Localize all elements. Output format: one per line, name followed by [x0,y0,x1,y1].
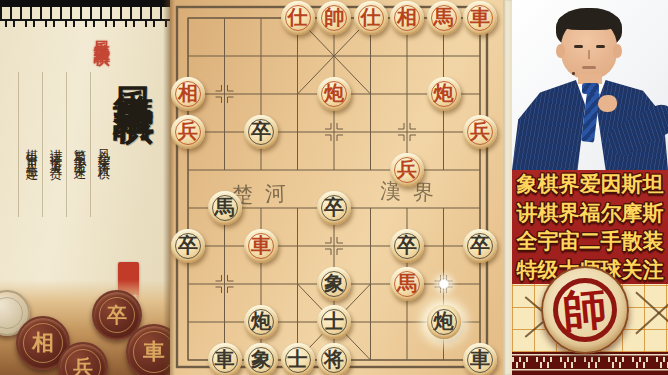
poem-line-4: 棋中日月人生趣 [18,72,40,217]
presenter-ear [613,44,622,58]
piece-character: 卒 [178,235,198,255]
xiangqi-piece-black[interactable]: 士 [281,343,315,375]
xiangqi-stream-thumbnail: 風繁講棋 風繁講棋 风起萍末诗入棋 繁星似子弈中迷 讲评论道万人贵 棋中日月人生… [0,0,668,375]
piece-character: 仕 [361,7,381,27]
piece-character: 馬 [397,273,417,293]
piece-character: 卒 [251,121,271,141]
xiangqi-piece-black[interactable]: 卒 [390,229,424,263]
presenter-eye [596,45,605,48]
red-seal-stamp: 風繁講棋 [72,28,112,72]
piece-character: 車 [470,7,490,27]
right-panel: 象棋界爱因斯坦 讲棋界福尔摩斯 全宇宙二手散装 特级大师球关注 師 [512,0,668,375]
xiangqi-piece-red[interactable]: 兵 [390,153,424,187]
presenter-eye [574,45,583,48]
presenter-hand [598,95,617,112]
slogan-line-1: 象棋界爱因斯坦 [512,170,668,199]
xiangqi-piece-black[interactable]: 象 [244,343,278,375]
poem-line-1: 风起萍末诗入棋 [90,72,112,217]
piece-character: 兵 [470,121,490,141]
lattice-border-bottom [512,352,668,375]
xiangqi-piece-black[interactable]: 卒 [244,115,278,149]
piece-character: 車 [251,235,271,255]
xiangqi-piece-black[interactable]: 卒 [171,229,205,263]
xiangqi-board[interactable]: 楚河 漢界 仕帥仕相馬車相炮炮兵卒兵兵馬卒卒車卒卒象馬炮士炮車象士将車 [170,0,503,375]
left-calligraphy-panel: 風繁講棋 風繁講棋 风起萍末诗入棋 繁星似子弈中迷 讲评论道万人贵 棋中日月人生… [0,0,170,375]
xiangqi-piece-red[interactable]: 仕 [281,1,315,35]
presenter-nose [588,50,590,59]
presenter-mole [572,72,575,75]
presenter-photo [512,0,668,170]
pieces-layer: 仕帥仕相馬車相炮炮兵卒兵兵馬卒卒車卒卒象馬炮士炮車象士将車 [170,0,503,375]
piece-character: 車 [215,349,235,369]
panel-title-vertical: 風繁講棋 [107,54,162,264]
xiangqi-piece-red[interactable]: 馬 [427,1,461,35]
xiangqi-piece-black[interactable]: 卒 [317,191,351,225]
lattice-border-top [0,0,170,27]
piece-character: 卒 [470,235,490,255]
last-move-marker-dot [438,278,450,290]
piece-character: 象 [324,273,344,293]
piece-character: 炮 [324,83,344,103]
piece-character: 兵 [178,121,198,141]
xiangqi-piece-red[interactable]: 兵 [463,115,497,149]
xiangqi-piece-black[interactable]: 将 [317,343,351,375]
xiangqi-piece-red[interactable]: 相 [171,77,205,111]
xiangqi-piece-red[interactable]: 車 [463,1,497,35]
piece-character: 兵 [397,159,417,179]
xiangqi-piece-red[interactable]: 帥 [317,1,351,35]
xiangqi-piece-red[interactable]: 仕 [354,1,388,35]
piece-character: 帥 [324,7,344,27]
poem-line-2: 繁星似子弈中迷 [66,72,88,217]
xiangqi-piece-black[interactable]: 炮 [244,305,278,339]
piece-character: 相 [178,83,198,103]
xiangqi-piece-red[interactable]: 馬 [390,267,424,301]
piece-character: 士 [324,311,344,331]
xiangqi-piece-black[interactable]: 卒 [463,229,497,263]
xiangqi-piece-red[interactable]: 炮 [427,77,461,111]
piece-character: 車 [470,349,490,369]
xiangqi-piece-black[interactable]: 車 [208,343,242,375]
piece-character: 馬 [434,7,454,27]
piece-character: 相 [397,7,417,27]
piece-character: 象 [251,349,271,369]
xiangqi-piece-red[interactable]: 相 [390,1,424,35]
piece-character: 馬 [215,197,235,217]
xiangqi-piece-red[interactable]: 車 [244,229,278,263]
piece-character: 卒 [397,235,417,255]
logo-piece-shi: 師 [541,266,629,354]
piece-character: 炮 [434,83,454,103]
piece-character: 炮 [251,311,271,331]
piece-character: 炮 [434,311,454,331]
piece-character: 仕 [288,7,308,27]
xiangqi-piece-black[interactable]: 馬 [208,191,242,225]
xiangqi-piece-black[interactable]: 象 [317,267,351,301]
piece-character: 士 [288,349,308,369]
page-edge-strip [503,0,512,375]
xiangqi-piece-black[interactable]: 士 [317,305,351,339]
presenter-mouth [582,66,596,69]
slogan-line-3: 全宇宙二手散装 [512,227,668,256]
piece-character: 将 [324,349,344,369]
xiangqi-piece-black[interactable]: 炮 [427,305,461,339]
presenter-tie-knot [582,83,599,94]
xiangqi-piece-red[interactable]: 兵 [171,115,205,149]
presenter-ear [556,44,565,58]
piece-character: 卒 [324,197,344,217]
slogan-line-2: 讲棋界福尔摩斯 [512,199,668,228]
xiangqi-piece-red[interactable]: 炮 [317,77,351,111]
poem-line-3: 讲评论道万人贵 [42,72,64,217]
presenter-hairline [558,12,620,30]
xiangqi-piece-black[interactable]: 車 [463,343,497,375]
pieces-photo-strip: 相 卒 車 兵 [0,280,170,375]
